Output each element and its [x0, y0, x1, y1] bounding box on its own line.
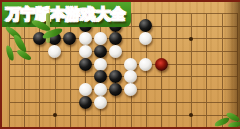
board-cell[interactable] — [161, 26, 176, 39]
board-cell[interactable] — [206, 13, 221, 26]
board-cell[interactable] — [161, 102, 176, 115]
stone-white[interactable] — [124, 83, 137, 96]
title-banner: 万宁版本游戏大全 — [0, 0, 131, 27]
board-cell[interactable] — [24, 64, 39, 77]
board-cell[interactable] — [55, 115, 70, 128]
board-cell[interactable] — [24, 102, 39, 115]
board-cell[interactable] — [131, 115, 146, 128]
board-cell[interactable] — [206, 64, 221, 77]
stone-white[interactable] — [48, 45, 61, 58]
board-cell[interactable] — [115, 102, 130, 115]
board-cell[interactable] — [131, 102, 146, 115]
board-cell[interactable] — [191, 102, 206, 115]
frame-edge-top — [0, 0, 240, 2]
board-cell[interactable] — [146, 89, 161, 102]
board-cell[interactable] — [191, 51, 206, 64]
stone-white[interactable] — [109, 45, 122, 58]
stone-black[interactable] — [109, 32, 122, 45]
board-cell[interactable] — [85, 115, 100, 128]
board-cell[interactable] — [176, 51, 191, 64]
game-screenshot: 万宁版本游戏大全 — [0, 0, 240, 129]
board-cell[interactable] — [176, 76, 191, 89]
frame-edge-left — [0, 0, 2, 129]
board-cell[interactable] — [161, 13, 176, 26]
board-cell[interactable] — [24, 76, 39, 89]
stone-black[interactable] — [94, 70, 107, 83]
board-cell[interactable] — [191, 115, 206, 128]
board-cell[interactable] — [191, 13, 206, 26]
board-cell[interactable] — [9, 89, 24, 102]
board-cell[interactable] — [161, 89, 176, 102]
stone-black[interactable] — [94, 45, 107, 58]
board-cell[interactable] — [9, 115, 24, 128]
board-cell[interactable] — [206, 38, 221, 51]
board-cell[interactable] — [176, 13, 191, 26]
stone-white[interactable] — [94, 58, 107, 71]
board-cell[interactable] — [161, 38, 176, 51]
board-cell[interactable] — [206, 26, 221, 39]
board-cell[interactable] — [39, 102, 54, 115]
stone-black[interactable] — [109, 83, 122, 96]
banner-title: 万宁版本游戏大全 — [6, 6, 126, 21]
stone-black-last-move[interactable] — [155, 58, 168, 71]
board-cell[interactable] — [176, 89, 191, 102]
board-cell[interactable] — [115, 115, 130, 128]
board-cell[interactable] — [206, 89, 221, 102]
stone-white[interactable] — [94, 32, 107, 45]
frame-edge-bottom — [0, 127, 240, 129]
board-cell[interactable] — [191, 89, 206, 102]
stone-white[interactable] — [79, 45, 92, 58]
board-cell[interactable] — [146, 76, 161, 89]
board-cell[interactable] — [9, 76, 24, 89]
board-cell[interactable] — [9, 102, 24, 115]
stone-black[interactable] — [79, 58, 92, 71]
board-cell[interactable] — [146, 102, 161, 115]
board-cell[interactable] — [146, 115, 161, 128]
stone-white[interactable] — [94, 83, 107, 96]
board-right-edge-shadow — [224, 0, 240, 129]
board-cell[interactable] — [39, 115, 54, 128]
board-cell[interactable] — [161, 115, 176, 128]
board-cell[interactable] — [55, 64, 70, 77]
board-cell[interactable] — [191, 64, 206, 77]
board-cell[interactable] — [191, 38, 206, 51]
board-cell[interactable] — [206, 102, 221, 115]
stone-white[interactable] — [139, 58, 152, 71]
board-cell[interactable] — [9, 64, 24, 77]
board-cell[interactable] — [24, 89, 39, 102]
stone-black[interactable] — [79, 96, 92, 109]
board-cell[interactable] — [39, 76, 54, 89]
stone-white[interactable] — [124, 58, 137, 71]
board-cell[interactable] — [206, 51, 221, 64]
stone-white[interactable] — [94, 96, 107, 109]
board-cell[interactable] — [55, 102, 70, 115]
board-cell[interactable] — [55, 76, 70, 89]
board-cell[interactable] — [191, 76, 206, 89]
board-cell[interactable] — [100, 115, 115, 128]
board-cell[interactable] — [191, 26, 206, 39]
board-cell[interactable] — [176, 64, 191, 77]
board-cell[interactable] — [55, 89, 70, 102]
board-cell[interactable] — [161, 76, 176, 89]
stone-black[interactable] — [109, 70, 122, 83]
board-cell[interactable] — [70, 115, 85, 128]
board-cell[interactable] — [39, 89, 54, 102]
board-cell[interactable] — [39, 64, 54, 77]
board-cell[interactable] — [24, 115, 39, 128]
board-cell[interactable] — [206, 76, 221, 89]
star-point — [53, 113, 57, 117]
stone-white[interactable] — [79, 83, 92, 96]
stone-white[interactable] — [79, 32, 92, 45]
